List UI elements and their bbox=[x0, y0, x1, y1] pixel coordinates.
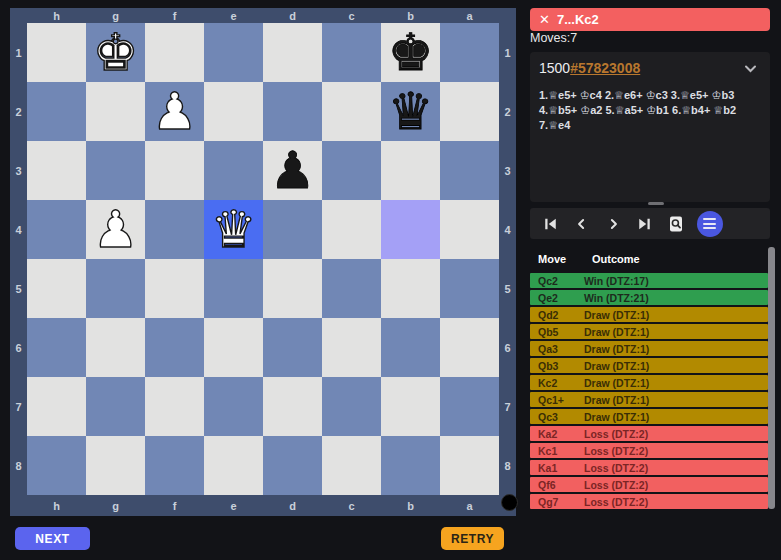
table-row[interactable]: Qc3Draw (DTZ:1) bbox=[530, 409, 768, 424]
outcome-cell: Draw (DTZ:1) bbox=[584, 343, 649, 355]
move-cell: Qg7 bbox=[530, 496, 584, 508]
table-row[interactable]: Ka1Loss (DTZ:2) bbox=[530, 460, 768, 475]
square-g3[interactable] bbox=[86, 141, 145, 200]
next-move-button[interactable] bbox=[602, 213, 624, 235]
outcome-cell: Draw (DTZ:1) bbox=[584, 309, 649, 321]
outcome-cell: Draw (DTZ:1) bbox=[584, 394, 649, 406]
rank-label-right-8: 8 bbox=[499, 436, 516, 495]
square-d7[interactable] bbox=[263, 377, 322, 436]
move-list: 1.♕e5+ ♔c4 2.♕e6+ ♔c3 3.♕e5+ ♔b3 4.♕b5+ … bbox=[539, 88, 765, 133]
move-cell: Ka2 bbox=[530, 428, 584, 440]
square-c5[interactable] bbox=[322, 259, 381, 318]
square-c7[interactable] bbox=[322, 377, 381, 436]
square-f5[interactable] bbox=[145, 259, 204, 318]
move-cell: Qe2 bbox=[530, 292, 584, 304]
square-b6[interactable] bbox=[381, 318, 440, 377]
square-d2[interactable] bbox=[263, 82, 322, 141]
square-d6[interactable] bbox=[263, 318, 322, 377]
square-g1[interactable]: ♚ bbox=[86, 23, 145, 82]
skip-to-start-button[interactable] bbox=[539, 213, 561, 235]
square-f6[interactable] bbox=[145, 318, 204, 377]
retry-button[interactable]: RETRY bbox=[441, 527, 504, 550]
file-label-h: h bbox=[27, 8, 86, 23]
rank-label-4: 4 bbox=[10, 200, 27, 259]
square-a2[interactable] bbox=[440, 82, 499, 141]
square-b7[interactable] bbox=[381, 377, 440, 436]
file-label-bottom-f: f bbox=[145, 495, 204, 516]
scrollbar[interactable] bbox=[768, 247, 775, 509]
square-c1[interactable] bbox=[322, 23, 381, 82]
square-e3[interactable] bbox=[204, 141, 263, 200]
square-c2[interactable] bbox=[322, 82, 381, 141]
rank-label-right-4: 4 bbox=[499, 200, 516, 259]
wrong-move-icon: ✕ bbox=[539, 12, 550, 27]
drag-handle[interactable] bbox=[648, 202, 664, 205]
square-e5[interactable] bbox=[204, 259, 263, 318]
square-g6[interactable] bbox=[86, 318, 145, 377]
move-cell: Qc1+ bbox=[530, 394, 584, 406]
piece-white-pawn[interactable]: ♟ bbox=[93, 200, 139, 259]
wrong-move-label: 7...Kc2 bbox=[557, 12, 599, 27]
rank-label-right-1: 1 bbox=[499, 23, 516, 82]
move-navigation-bar bbox=[530, 208, 770, 239]
rank-label-right-2: 2 bbox=[499, 82, 516, 141]
previous-move-button[interactable] bbox=[571, 213, 593, 235]
piece-white-queen[interactable]: ♛ bbox=[211, 200, 257, 259]
outcome-table-header: Move Outcome bbox=[530, 246, 770, 272]
square-h1[interactable] bbox=[27, 23, 86, 82]
square-b1[interactable]: ♚ bbox=[381, 23, 440, 82]
file-label-bottom-g: g bbox=[86, 495, 145, 516]
table-row[interactable]: Qa3Draw (DTZ:1) bbox=[530, 341, 768, 356]
square-f4[interactable] bbox=[145, 200, 204, 259]
square-a4[interactable] bbox=[440, 200, 499, 259]
table-row[interactable]: Qf6Loss (DTZ:2) bbox=[530, 477, 768, 492]
chess-board: hgfedcba1♚♚12♟♛23♟34♟♛455667788hgfedcba bbox=[10, 8, 516, 516]
rank-label-right-6: 6 bbox=[499, 318, 516, 377]
square-b3[interactable] bbox=[381, 141, 440, 200]
board-corner bbox=[10, 495, 27, 516]
rank-label-5: 5 bbox=[10, 259, 27, 318]
square-h7[interactable] bbox=[27, 377, 86, 436]
outcome-table: Qc2Win (DTZ:17)Qe2Win (DTZ:21)Qd2Draw (D… bbox=[530, 273, 768, 511]
outcome-cell: Draw (DTZ:1) bbox=[584, 360, 649, 372]
square-f2[interactable]: ♟ bbox=[145, 82, 204, 141]
puzzle-id-link[interactable]: #57823008 bbox=[570, 60, 640, 76]
table-row[interactable]: Qb5Draw (DTZ:1) bbox=[530, 324, 768, 339]
outcome-cell: Loss (DTZ:2) bbox=[584, 445, 648, 457]
square-b4[interactable] bbox=[381, 200, 440, 259]
table-row[interactable]: Kc2Draw (DTZ:1) bbox=[530, 375, 768, 390]
board-analysis-icon[interactable] bbox=[665, 213, 687, 235]
rank-label-6: 6 bbox=[10, 318, 27, 377]
square-e8[interactable] bbox=[204, 436, 263, 495]
square-a8[interactable] bbox=[440, 436, 499, 495]
move-cell: Qc3 bbox=[530, 411, 584, 423]
move-column-header: Move bbox=[530, 253, 592, 265]
square-b2[interactable]: ♛ bbox=[381, 82, 440, 141]
piece-black-king[interactable]: ♚ bbox=[388, 23, 434, 82]
file-label-bottom-d: d bbox=[263, 495, 322, 516]
outcome-cell: Draw (DTZ:1) bbox=[584, 326, 649, 338]
square-d4[interactable] bbox=[263, 200, 322, 259]
outcome-cell: Loss (DTZ:2) bbox=[584, 496, 648, 508]
square-f1[interactable] bbox=[145, 23, 204, 82]
square-d8[interactable] bbox=[263, 436, 322, 495]
square-c8[interactable] bbox=[322, 436, 381, 495]
piece-white-pawn[interactable]: ♟ bbox=[152, 82, 198, 141]
move-cell: Qa3 bbox=[530, 343, 584, 355]
square-f7[interactable] bbox=[145, 377, 204, 436]
square-e7[interactable] bbox=[204, 377, 263, 436]
move-cell: Qc2 bbox=[530, 275, 584, 287]
square-a3[interactable] bbox=[440, 141, 499, 200]
square-f8[interactable] bbox=[145, 436, 204, 495]
rank-label-right-7: 7 bbox=[499, 377, 516, 436]
square-a5[interactable] bbox=[440, 259, 499, 318]
table-row[interactable]: Qc1+Draw (DTZ:1) bbox=[530, 392, 768, 407]
board-corner bbox=[499, 8, 516, 23]
square-a1[interactable] bbox=[440, 23, 499, 82]
puzzle-card: 1500#57823008 1.♕e5+ ♔c4 2.♕e6+ ♔c3 3.♕e… bbox=[530, 52, 770, 202]
outcome-column-header: Outcome bbox=[592, 253, 640, 265]
outcome-cell: Loss (DTZ:2) bbox=[584, 462, 648, 474]
move-cell: Kc1 bbox=[530, 445, 584, 457]
square-f3[interactable] bbox=[145, 141, 204, 200]
outcome-cell: Draw (DTZ:1) bbox=[584, 377, 649, 389]
square-h6[interactable] bbox=[27, 318, 86, 377]
table-row[interactable]: Qd2Draw (DTZ:1) bbox=[530, 307, 768, 322]
file-label-f: f bbox=[145, 8, 204, 23]
outcome-cell: Draw (DTZ:1) bbox=[584, 411, 649, 423]
file-label-bottom-a: a bbox=[440, 495, 499, 516]
square-e1[interactable] bbox=[204, 23, 263, 82]
file-label-bottom-e: e bbox=[204, 495, 263, 516]
file-label-bottom-c: c bbox=[322, 495, 381, 516]
square-c3[interactable] bbox=[322, 141, 381, 200]
table-row[interactable]: Kc1Loss (DTZ:2) bbox=[530, 443, 768, 458]
square-d3[interactable]: ♟ bbox=[263, 141, 322, 200]
moves-count: Moves:7 bbox=[530, 31, 577, 45]
rank-label-1: 1 bbox=[10, 23, 27, 82]
chevron-down-icon[interactable] bbox=[744, 60, 757, 76]
piece-black-queen[interactable]: ♛ bbox=[388, 82, 434, 141]
file-label-g: g bbox=[86, 8, 145, 23]
file-label-b: b bbox=[381, 8, 440, 23]
outcome-cell: Loss (DTZ:2) bbox=[584, 479, 648, 491]
table-row[interactable]: Qe2Win (DTZ:21) bbox=[530, 290, 768, 305]
move-cell: Qb3 bbox=[530, 360, 584, 372]
move-cell: Qb5 bbox=[530, 326, 584, 338]
square-g5[interactable] bbox=[86, 259, 145, 318]
side-to-move-indicator-black bbox=[501, 494, 518, 511]
table-row[interactable]: Ka2Loss (DTZ:2) bbox=[530, 426, 768, 441]
file-label-bottom-b: b bbox=[381, 495, 440, 516]
file-label-a: a bbox=[440, 8, 499, 23]
rank-label-8: 8 bbox=[10, 436, 27, 495]
rank-label-right-3: 3 bbox=[499, 141, 516, 200]
square-e2[interactable] bbox=[204, 82, 263, 141]
rank-label-right-5: 5 bbox=[499, 259, 516, 318]
square-h4[interactable] bbox=[27, 200, 86, 259]
rank-label-7: 7 bbox=[10, 377, 27, 436]
square-a6[interactable] bbox=[440, 318, 499, 377]
file-label-e: e bbox=[204, 8, 263, 23]
outcome-cell: Loss (DTZ:2) bbox=[584, 428, 648, 440]
outcome-cell: Win (DTZ:21) bbox=[584, 292, 649, 304]
square-h8[interactable] bbox=[27, 436, 86, 495]
square-h3[interactable] bbox=[27, 141, 86, 200]
square-g2[interactable] bbox=[86, 82, 145, 141]
move-cell: Qd2 bbox=[530, 309, 584, 321]
square-b8[interactable] bbox=[381, 436, 440, 495]
table-row[interactable]: Qc2Win (DTZ:17) bbox=[530, 273, 768, 288]
square-e4[interactable]: ♛ bbox=[204, 200, 263, 259]
file-label-bottom-h: h bbox=[27, 495, 86, 516]
table-row[interactable]: Qg7Loss (DTZ:2) bbox=[530, 494, 768, 509]
next-button[interactable]: NEXT bbox=[15, 527, 90, 550]
piece-white-king[interactable]: ♚ bbox=[93, 23, 139, 82]
square-b5[interactable] bbox=[381, 259, 440, 318]
square-g7[interactable] bbox=[86, 377, 145, 436]
table-row[interactable]: Qb3Draw (DTZ:1) bbox=[530, 358, 768, 373]
square-h2[interactable] bbox=[27, 82, 86, 141]
square-d1[interactable] bbox=[263, 23, 322, 82]
file-label-d: d bbox=[263, 8, 322, 23]
move-cell: Ka1 bbox=[530, 462, 584, 474]
square-g8[interactable] bbox=[86, 436, 145, 495]
square-h5[interactable] bbox=[27, 259, 86, 318]
wrong-move-banner: ✕ 7...Kc2 bbox=[530, 8, 770, 31]
move-cell: Qf6 bbox=[530, 479, 584, 491]
square-d5[interactable] bbox=[263, 259, 322, 318]
rank-label-3: 3 bbox=[10, 141, 27, 200]
file-label-c: c bbox=[322, 8, 381, 23]
puzzle-rating: 1500 bbox=[539, 60, 570, 76]
piece-black-pawn[interactable]: ♟ bbox=[270, 141, 316, 200]
square-e6[interactable] bbox=[204, 318, 263, 377]
skip-to-end-button[interactable] bbox=[634, 213, 656, 235]
square-g4[interactable]: ♟ bbox=[86, 200, 145, 259]
board-corner bbox=[10, 8, 27, 23]
outcome-cell: Win (DTZ:17) bbox=[584, 275, 649, 287]
board-grid: hgfedcba1♚♚12♟♛23♟34♟♛455667788hgfedcba bbox=[10, 8, 516, 516]
square-c6[interactable] bbox=[322, 318, 381, 377]
square-c4[interactable] bbox=[322, 200, 381, 259]
rank-label-2: 2 bbox=[10, 82, 27, 141]
menu-icon[interactable] bbox=[697, 211, 723, 237]
square-a7[interactable] bbox=[440, 377, 499, 436]
move-cell: Kc2 bbox=[530, 377, 584, 389]
